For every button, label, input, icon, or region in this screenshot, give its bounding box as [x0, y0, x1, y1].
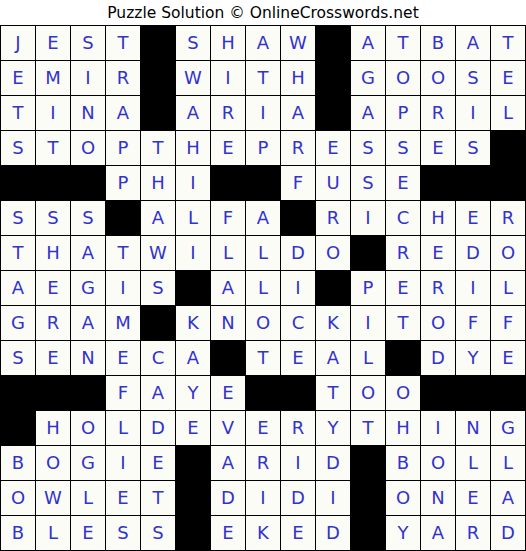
letter-cell: E: [386, 271, 420, 305]
letter-cell: Y: [386, 516, 420, 550]
letter-cell: H: [386, 411, 420, 445]
letter-cell: O: [421, 306, 455, 340]
letter-cell: T: [386, 306, 420, 340]
black-cell: [211, 166, 245, 200]
black-cell: [141, 306, 175, 340]
letter-cell: Y: [176, 376, 210, 410]
letter-cell: E: [491, 341, 525, 375]
letter-cell: D: [421, 341, 455, 375]
letter-cell: T: [1, 96, 35, 130]
letter-cell: L: [211, 236, 245, 270]
letter-cell: E: [36, 271, 70, 305]
letter-cell: R: [421, 96, 455, 130]
letter-cell: E: [386, 166, 420, 200]
letter-cell: T: [141, 131, 175, 165]
letter-cell: E: [176, 411, 210, 445]
letter-cell: A: [211, 446, 245, 480]
letter-cell: I: [456, 96, 490, 130]
page-title: Puzzle Solution © OnlineCrosswords.net: [107, 4, 418, 22]
letter-cell: S: [456, 61, 490, 95]
letter-cell: L: [36, 516, 70, 550]
letter-cell: N: [456, 411, 490, 445]
letter-cell: E: [421, 131, 455, 165]
letter-cell: G: [71, 446, 105, 480]
letter-cell: E: [281, 516, 315, 550]
letter-cell: B: [386, 446, 420, 480]
letter-cell: H: [141, 166, 175, 200]
letter-cell: E: [71, 516, 105, 550]
black-cell: [176, 446, 210, 480]
black-cell: [421, 376, 455, 410]
letter-cell: T: [246, 341, 280, 375]
letter-cell: L: [491, 271, 525, 305]
letter-cell: K: [246, 516, 280, 550]
letter-cell: E: [421, 236, 455, 270]
black-cell: [1, 376, 35, 410]
letter-cell: D: [491, 516, 525, 550]
letter-cell: L: [176, 201, 210, 235]
letter-cell: S: [141, 516, 175, 550]
black-cell: [386, 341, 420, 375]
letter-cell: R: [106, 61, 140, 95]
letter-cell: S: [1, 131, 35, 165]
letter-cell: T: [141, 481, 175, 515]
letter-cell: H: [36, 411, 70, 445]
black-cell: [141, 96, 175, 130]
letter-cell: H: [211, 26, 245, 60]
letter-cell: D: [456, 236, 490, 270]
black-cell: [176, 481, 210, 515]
letter-cell: D: [141, 411, 175, 445]
letter-cell: N: [71, 341, 105, 375]
letter-cell: S: [176, 26, 210, 60]
letter-cell: M: [106, 306, 140, 340]
letter-cell: S: [106, 516, 140, 550]
black-cell: [421, 166, 455, 200]
letter-cell: O: [36, 446, 70, 480]
black-cell: [281, 201, 315, 235]
letter-cell: F: [281, 166, 315, 200]
letter-cell: L: [456, 446, 490, 480]
letter-cell: C: [386, 201, 420, 235]
letter-cell: T: [316, 376, 350, 410]
black-cell: [316, 271, 350, 305]
letter-cell: I: [246, 481, 280, 515]
letter-cell: R: [491, 201, 525, 235]
black-cell: [141, 61, 175, 95]
letter-cell: A: [281, 96, 315, 130]
letter-cell: I: [71, 61, 105, 95]
letter-cell: D: [281, 236, 315, 270]
letter-cell: B: [421, 26, 455, 60]
letter-cell: T: [36, 131, 70, 165]
letter-cell: A: [176, 341, 210, 375]
letter-cell: I: [106, 271, 140, 305]
letter-cell: T: [351, 411, 385, 445]
letter-cell: O: [351, 376, 385, 410]
letter-cell: N: [211, 306, 245, 340]
letter-cell: Y: [456, 341, 490, 375]
letter-cell: A: [246, 201, 280, 235]
letter-cell: O: [71, 411, 105, 445]
letter-cell: P: [246, 131, 280, 165]
black-cell: [316, 26, 350, 60]
black-cell: [71, 166, 105, 200]
letter-cell: D: [211, 481, 245, 515]
letter-cell: T: [386, 26, 420, 60]
letter-cell: L: [246, 236, 280, 270]
letter-cell: Y: [316, 411, 350, 445]
letter-cell: T: [106, 26, 140, 60]
letter-cell: L: [246, 271, 280, 305]
letter-cell: E: [211, 516, 245, 550]
letter-cell: O: [316, 236, 350, 270]
letter-cell: A: [211, 271, 245, 305]
letter-cell: E: [106, 341, 140, 375]
letter-cell: P: [351, 271, 385, 305]
letter-cell: D: [281, 481, 315, 515]
letter-cell: D: [316, 516, 350, 550]
letter-cell: A: [491, 481, 525, 515]
letter-cell: E: [36, 341, 70, 375]
letter-cell: K: [176, 306, 210, 340]
letter-cell: O: [386, 481, 420, 515]
letter-cell: S: [351, 166, 385, 200]
black-cell: [176, 516, 210, 550]
letter-cell: F: [491, 306, 525, 340]
letter-cell: L: [491, 446, 525, 480]
black-cell: [351, 481, 385, 515]
letter-cell: E: [246, 411, 280, 445]
letter-cell: A: [1, 271, 35, 305]
letter-cell: I: [281, 271, 315, 305]
letter-cell: E: [491, 61, 525, 95]
puzzle-solution-page: Puzzle Solution © OnlineCrosswords.net J…: [0, 0, 526, 551]
letter-cell: E: [456, 481, 490, 515]
letter-cell: S: [71, 26, 105, 60]
letter-cell: F: [211, 201, 245, 235]
title-bar: Puzzle Solution © OnlineCrosswords.net: [0, 0, 526, 25]
letter-cell: K: [316, 306, 350, 340]
letter-cell: W: [141, 236, 175, 270]
letter-cell: L: [351, 341, 385, 375]
black-cell: [456, 376, 490, 410]
letter-cell: H: [421, 201, 455, 235]
letter-cell: R: [211, 96, 245, 130]
letter-cell: A: [141, 201, 175, 235]
letter-cell: E: [281, 341, 315, 375]
letter-cell: R: [246, 446, 280, 480]
letter-cell: T: [106, 236, 140, 270]
letter-cell: R: [281, 411, 315, 445]
black-cell: [141, 26, 175, 60]
black-cell: [491, 131, 525, 165]
letter-cell: W: [176, 61, 210, 95]
black-cell: [246, 166, 280, 200]
black-cell: [71, 376, 105, 410]
letter-cell: E: [36, 26, 70, 60]
letter-cell: I: [176, 166, 210, 200]
letter-cell: S: [1, 341, 35, 375]
black-cell: [351, 236, 385, 270]
letter-cell: H: [36, 236, 70, 270]
letter-cell: R: [281, 131, 315, 165]
letter-cell: I: [176, 236, 210, 270]
letter-cell: A: [71, 306, 105, 340]
letter-cell: O: [421, 446, 455, 480]
letter-cell: H: [176, 131, 210, 165]
letter-cell: S: [36, 201, 70, 235]
letter-cell: D: [316, 446, 350, 480]
letter-cell: C: [281, 306, 315, 340]
letter-cell: I: [316, 481, 350, 515]
letter-cell: A: [351, 26, 385, 60]
letter-cell: T: [491, 26, 525, 60]
black-cell: [1, 166, 35, 200]
letter-cell: I: [246, 96, 280, 130]
letter-cell: W: [36, 481, 70, 515]
letter-cell: V: [211, 411, 245, 445]
letter-cell: I: [281, 446, 315, 480]
letter-cell: S: [351, 131, 385, 165]
letter-cell: G: [491, 411, 525, 445]
letter-cell: I: [351, 201, 385, 235]
letter-cell: S: [71, 201, 105, 235]
black-cell: [1, 411, 35, 445]
letter-cell: P: [106, 131, 140, 165]
letter-cell: W: [281, 26, 315, 60]
letter-cell: L: [106, 411, 140, 445]
letter-cell: A: [456, 26, 490, 60]
letter-cell: A: [141, 376, 175, 410]
letter-cell: G: [1, 306, 35, 340]
letter-cell: S: [386, 131, 420, 165]
black-cell: [106, 201, 140, 235]
black-cell: [491, 166, 525, 200]
letter-cell: H: [281, 61, 315, 95]
letter-cell: G: [71, 271, 105, 305]
letter-cell: R: [421, 271, 455, 305]
letter-cell: N: [71, 96, 105, 130]
letter-cell: E: [141, 446, 175, 480]
letter-cell: R: [316, 201, 350, 235]
letter-cell: A: [246, 26, 280, 60]
letter-cell: S: [1, 201, 35, 235]
black-cell: [176, 271, 210, 305]
letter-cell: R: [456, 516, 490, 550]
letter-cell: I: [211, 61, 245, 95]
letter-cell: E: [456, 201, 490, 235]
letter-cell: L: [71, 481, 105, 515]
letter-cell: O: [1, 481, 35, 515]
black-cell: [351, 446, 385, 480]
black-cell: [456, 166, 490, 200]
letter-cell: J: [1, 26, 35, 60]
letter-cell: C: [141, 341, 175, 375]
letter-cell: F: [456, 306, 490, 340]
black-cell: [246, 376, 280, 410]
letter-cell: N: [421, 481, 455, 515]
black-cell: [211, 341, 245, 375]
letter-cell: S: [141, 271, 175, 305]
letter-cell: U: [316, 166, 350, 200]
letter-cell: I: [36, 96, 70, 130]
letter-cell: I: [456, 271, 490, 305]
letter-cell: E: [211, 131, 245, 165]
letter-cell: A: [71, 236, 105, 270]
letter-cell: I: [421, 411, 455, 445]
letter-cell: E: [211, 376, 245, 410]
letter-cell: A: [176, 96, 210, 130]
letter-cell: S: [456, 131, 490, 165]
letter-cell: L: [491, 96, 525, 130]
black-cell: [316, 96, 350, 130]
letter-cell: P: [386, 96, 420, 130]
black-cell: [316, 61, 350, 95]
letter-cell: F: [106, 376, 140, 410]
letter-cell: R: [36, 306, 70, 340]
crossword-grid: JESTSHAWATBATEMIRWITHGOOSETINAARIAAPRILS…: [0, 25, 526, 551]
letter-cell: A: [351, 96, 385, 130]
letter-cell: B: [1, 516, 35, 550]
letter-cell: O: [246, 306, 280, 340]
letter-cell: I: [351, 306, 385, 340]
letter-cell: M: [36, 61, 70, 95]
letter-cell: O: [491, 236, 525, 270]
letter-cell: A: [421, 516, 455, 550]
letter-cell: O: [71, 131, 105, 165]
letter-cell: E: [106, 481, 140, 515]
black-cell: [351, 516, 385, 550]
letter-cell: B: [1, 446, 35, 480]
black-cell: [491, 376, 525, 410]
letter-cell: I: [106, 446, 140, 480]
black-cell: [281, 376, 315, 410]
black-cell: [36, 166, 70, 200]
letter-cell: O: [386, 376, 420, 410]
letter-cell: P: [106, 166, 140, 200]
letter-cell: E: [1, 61, 35, 95]
letter-cell: T: [1, 236, 35, 270]
letter-cell: A: [106, 96, 140, 130]
letter-cell: T: [246, 61, 280, 95]
letter-cell: G: [351, 61, 385, 95]
letter-cell: R: [386, 236, 420, 270]
letter-cell: O: [386, 61, 420, 95]
black-cell: [36, 376, 70, 410]
letter-cell: A: [316, 341, 350, 375]
letter-cell: E: [316, 131, 350, 165]
letter-cell: O: [421, 61, 455, 95]
